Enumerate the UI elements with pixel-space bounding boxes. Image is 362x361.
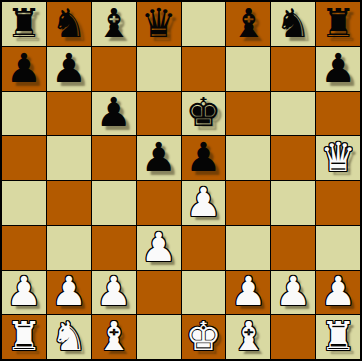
square-f1[interactable]: ♝	[226, 315, 270, 359]
square-h7[interactable]: ♟	[316, 47, 360, 91]
piece-white-king[interactable]: ♚	[186, 316, 222, 356]
square-b3[interactable]	[47, 226, 91, 270]
square-b6[interactable]	[47, 92, 91, 136]
square-h1[interactable]: ♜	[316, 315, 360, 359]
piece-black-queen[interactable]: ♛	[141, 3, 177, 43]
square-b2[interactable]: ♟	[47, 271, 91, 315]
square-a4[interactable]	[2, 181, 46, 225]
square-g8[interactable]: ♞	[271, 2, 315, 46]
piece-black-pawn[interactable]: ♟	[320, 48, 356, 88]
square-g3[interactable]	[271, 226, 315, 270]
piece-white-knight[interactable]: ♞	[51, 316, 87, 356]
piece-black-rook[interactable]: ♜	[6, 3, 42, 43]
square-h4[interactable]	[316, 181, 360, 225]
square-c8[interactable]: ♝	[92, 2, 136, 46]
square-e8[interactable]	[182, 2, 226, 46]
square-f3[interactable]	[226, 226, 270, 270]
square-h3[interactable]	[316, 226, 360, 270]
chess-board: ♜♞♝♛♝♞♜♟♟♟♟♚♟♟♛♟♟♟♟♟♟♟♟♜♞♝♚♝♜	[0, 0, 362, 361]
square-a8[interactable]: ♜	[2, 2, 46, 46]
piece-black-pawn[interactable]: ♟	[96, 92, 132, 132]
square-g6[interactable]	[271, 92, 315, 136]
square-d4[interactable]	[137, 181, 181, 225]
square-g5[interactable]	[271, 136, 315, 180]
piece-black-pawn[interactable]: ♟	[51, 48, 87, 88]
square-d3[interactable]: ♟	[137, 226, 181, 270]
square-g4[interactable]	[271, 181, 315, 225]
piece-white-pawn[interactable]: ♟	[96, 271, 132, 311]
square-d2[interactable]	[137, 271, 181, 315]
piece-black-bishop[interactable]: ♝	[96, 3, 132, 43]
square-g2[interactable]: ♟	[271, 271, 315, 315]
square-e2[interactable]	[182, 271, 226, 315]
square-c2[interactable]: ♟	[92, 271, 136, 315]
square-h8[interactable]: ♜	[316, 2, 360, 46]
piece-white-pawn[interactable]: ♟	[51, 271, 87, 311]
piece-white-pawn[interactable]: ♟	[141, 227, 177, 267]
piece-black-rook[interactable]: ♜	[320, 3, 356, 43]
piece-white-bishop[interactable]: ♝	[230, 316, 266, 356]
square-a7[interactable]: ♟	[2, 47, 46, 91]
piece-black-pawn[interactable]: ♟	[186, 137, 222, 177]
square-d6[interactable]	[137, 92, 181, 136]
square-h6[interactable]	[316, 92, 360, 136]
square-d7[interactable]	[137, 47, 181, 91]
piece-white-queen[interactable]: ♛	[320, 137, 356, 177]
square-e3[interactable]	[182, 226, 226, 270]
square-e5[interactable]: ♟	[182, 136, 226, 180]
square-a5[interactable]	[2, 136, 46, 180]
square-a1[interactable]: ♜	[2, 315, 46, 359]
square-c1[interactable]: ♝	[92, 315, 136, 359]
piece-black-pawn[interactable]: ♟	[6, 48, 42, 88]
square-h2[interactable]: ♟	[316, 271, 360, 315]
square-e1[interactable]: ♚	[182, 315, 226, 359]
square-g1[interactable]	[271, 315, 315, 359]
piece-white-pawn[interactable]: ♟	[6, 271, 42, 311]
square-f2[interactable]: ♟	[226, 271, 270, 315]
piece-white-pawn[interactable]: ♟	[230, 271, 266, 311]
square-c3[interactable]	[92, 226, 136, 270]
square-d1[interactable]	[137, 315, 181, 359]
piece-white-pawn[interactable]: ♟	[186, 182, 222, 222]
square-b5[interactable]	[47, 136, 91, 180]
square-f5[interactable]	[226, 136, 270, 180]
square-g7[interactable]	[271, 47, 315, 91]
piece-white-pawn[interactable]: ♟	[275, 271, 311, 311]
square-c6[interactable]: ♟	[92, 92, 136, 136]
square-e4[interactable]: ♟	[182, 181, 226, 225]
piece-black-bishop[interactable]: ♝	[230, 3, 266, 43]
piece-black-knight[interactable]: ♞	[51, 3, 87, 43]
square-c4[interactable]	[92, 181, 136, 225]
square-b1[interactable]: ♞	[47, 315, 91, 359]
square-b7[interactable]: ♟	[47, 47, 91, 91]
square-h5[interactable]: ♛	[316, 136, 360, 180]
square-f4[interactable]	[226, 181, 270, 225]
piece-black-pawn[interactable]: ♟	[141, 137, 177, 177]
square-e6[interactable]: ♚	[182, 92, 226, 136]
square-a2[interactable]: ♟	[2, 271, 46, 315]
square-a3[interactable]	[2, 226, 46, 270]
square-f6[interactable]	[226, 92, 270, 136]
piece-white-rook[interactable]: ♜	[320, 316, 356, 356]
piece-black-knight[interactable]: ♞	[275, 3, 311, 43]
square-c7[interactable]	[92, 47, 136, 91]
piece-white-bishop[interactable]: ♝	[96, 316, 132, 356]
square-a6[interactable]	[2, 92, 46, 136]
square-f8[interactable]: ♝	[226, 2, 270, 46]
square-b4[interactable]	[47, 181, 91, 225]
square-c5[interactable]	[92, 136, 136, 180]
square-e7[interactable]	[182, 47, 226, 91]
piece-black-king[interactable]: ♚	[186, 92, 222, 132]
piece-white-rook[interactable]: ♜	[6, 316, 42, 356]
square-d8[interactable]: ♛	[137, 2, 181, 46]
square-f7[interactable]	[226, 47, 270, 91]
piece-white-pawn[interactable]: ♟	[320, 271, 356, 311]
square-d5[interactable]: ♟	[137, 136, 181, 180]
square-b8[interactable]: ♞	[47, 2, 91, 46]
